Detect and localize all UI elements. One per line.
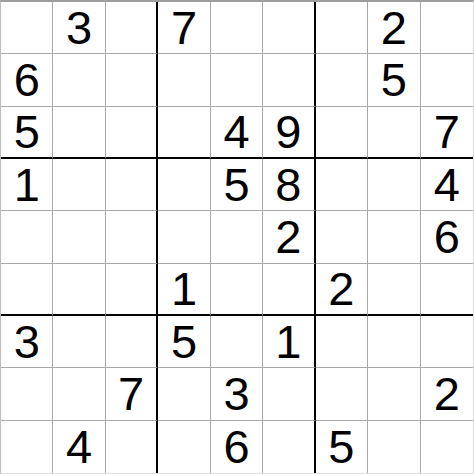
cell-r1c7[interactable] — [316, 2, 368, 54]
cell-r3c9[interactable]: 7 — [421, 107, 473, 159]
cell-r9c8[interactable] — [368, 421, 420, 473]
cell-r6c1[interactable] — [1, 264, 53, 316]
cell-r7c5[interactable] — [211, 316, 263, 368]
cell-r4c7[interactable] — [316, 159, 368, 211]
cell-r3c1[interactable]: 5 — [1, 107, 53, 159]
cell-r2c2[interactable] — [53, 54, 105, 106]
cell-r8c1[interactable] — [1, 368, 53, 420]
cell-r1c3[interactable] — [106, 2, 158, 54]
cell-r7c3[interactable] — [106, 316, 158, 368]
cell-r7c9[interactable] — [421, 316, 473, 368]
cell-r9c4[interactable] — [158, 421, 210, 473]
cell-r6c2[interactable] — [53, 264, 105, 316]
cell-r5c2[interactable] — [53, 211, 105, 263]
cell-r1c2[interactable]: 3 — [53, 2, 105, 54]
cell-r5c5[interactable] — [211, 211, 263, 263]
cell-r9c9[interactable] — [421, 421, 473, 473]
cell-r7c8[interactable] — [368, 316, 420, 368]
cell-r1c5[interactable] — [211, 2, 263, 54]
cell-r8c3[interactable]: 7 — [106, 368, 158, 420]
cell-r9c7[interactable]: 5 — [316, 421, 368, 473]
cell-r2c4[interactable] — [158, 54, 210, 106]
cell-r5c8[interactable] — [368, 211, 420, 263]
cell-r3c7[interactable] — [316, 107, 368, 159]
cell-r5c3[interactable] — [106, 211, 158, 263]
cell-r8c7[interactable] — [316, 368, 368, 420]
cell-r7c7[interactable] — [316, 316, 368, 368]
cell-r9c5[interactable]: 6 — [211, 421, 263, 473]
cell-r3c8[interactable] — [368, 107, 420, 159]
cell-r6c5[interactable] — [211, 264, 263, 316]
cell-r3c4[interactable] — [158, 107, 210, 159]
cell-r7c4[interactable]: 5 — [158, 316, 210, 368]
cell-r6c9[interactable] — [421, 264, 473, 316]
cell-r8c6[interactable] — [263, 368, 315, 420]
cell-r9c1[interactable] — [1, 421, 53, 473]
cell-r6c6[interactable] — [263, 264, 315, 316]
cell-r9c2[interactable]: 4 — [53, 421, 105, 473]
cell-r2c5[interactable] — [211, 54, 263, 106]
cell-r4c2[interactable] — [53, 159, 105, 211]
cell-r8c2[interactable] — [53, 368, 105, 420]
cell-r6c8[interactable] — [368, 264, 420, 316]
cell-r3c6[interactable]: 9 — [263, 107, 315, 159]
cell-r7c6[interactable]: 1 — [263, 316, 315, 368]
cell-r3c2[interactable] — [53, 107, 105, 159]
cell-r5c7[interactable] — [316, 211, 368, 263]
cell-r1c6[interactable] — [263, 2, 315, 54]
cell-r3c5[interactable]: 4 — [211, 107, 263, 159]
cell-r2c7[interactable] — [316, 54, 368, 106]
cell-r4c8[interactable] — [368, 159, 420, 211]
cell-r9c3[interactable] — [106, 421, 158, 473]
cell-r2c3[interactable] — [106, 54, 158, 106]
cell-r8c4[interactable] — [158, 368, 210, 420]
cell-r6c3[interactable] — [106, 264, 158, 316]
cell-r4c1[interactable]: 1 — [1, 159, 53, 211]
cell-r2c6[interactable] — [263, 54, 315, 106]
cell-r4c4[interactable] — [158, 159, 210, 211]
cell-r1c9[interactable] — [421, 2, 473, 54]
cell-r1c4[interactable]: 7 — [158, 2, 210, 54]
cell-r8c8[interactable] — [368, 368, 420, 420]
cell-r7c1[interactable]: 3 — [1, 316, 53, 368]
cell-r9c6[interactable] — [263, 421, 315, 473]
cell-r8c5[interactable]: 3 — [211, 368, 263, 420]
cell-r6c4[interactable]: 1 — [158, 264, 210, 316]
cell-r4c5[interactable]: 5 — [211, 159, 263, 211]
cell-r5c9[interactable]: 6 — [421, 211, 473, 263]
cell-r7c2[interactable] — [53, 316, 105, 368]
cell-r1c1[interactable] — [1, 2, 53, 54]
cell-r4c3[interactable] — [106, 159, 158, 211]
cell-r2c8[interactable]: 5 — [368, 54, 420, 106]
cell-r6c7[interactable]: 2 — [316, 264, 368, 316]
cell-r5c1[interactable] — [1, 211, 53, 263]
cell-r2c1[interactable]: 6 — [1, 54, 53, 106]
cell-r1c8[interactable]: 2 — [368, 2, 420, 54]
cell-r2c9[interactable] — [421, 54, 473, 106]
cell-r4c6[interactable]: 8 — [263, 159, 315, 211]
cell-r8c9[interactable]: 2 — [421, 368, 473, 420]
cell-r5c6[interactable]: 2 — [263, 211, 315, 263]
cell-r4c9[interactable]: 4 — [421, 159, 473, 211]
sudoku-puzzle-page: 37265549715842612351732465 — [0, 0, 474, 474]
cell-r5c4[interactable] — [158, 211, 210, 263]
cell-r3c3[interactable] — [106, 107, 158, 159]
sudoku-board: 37265549715842612351732465 — [0, 0, 474, 474]
